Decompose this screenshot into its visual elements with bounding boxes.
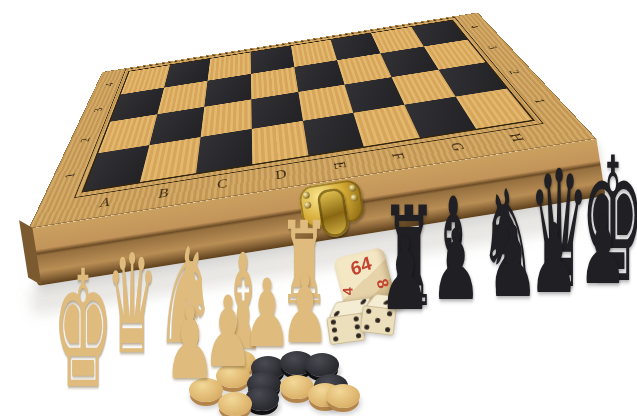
rank-label-2: 2 [506,69,523,75]
file-label-d: D [275,167,287,182]
rank-label-2: 2 [78,137,93,143]
file-label-g: G [446,141,468,152]
file-label-b: B [157,185,170,200]
clasp-screw [349,184,357,192]
doubling-cube-4: 4 [340,287,356,295]
black-pawn: ♟ [529,211,579,307]
file-label-a: A [97,194,113,210]
white-pawn: ♟ [281,263,330,357]
checker-light [326,384,360,408]
die-1-top2-front6 [324,299,365,346]
product-photo-chess-box: 4321 4321 ABCDEFGH ♚♛♞♝♜♟♟♟♟♜♝♞♛♚♟♟♟♟♟ 6… [0,0,637,416]
white-queen: ♛ [106,236,158,373]
file-label-c: C [217,176,228,191]
rank-label-4: 4 [103,82,116,87]
black-pawn: ♟ [431,216,482,314]
clasp-screw [350,194,358,202]
black-pawn: ♟ [579,204,628,298]
rank-label-4: 4 [468,25,482,29]
black-pawn: ♟ [379,225,431,325]
rank-label-3: 3 [92,107,106,113]
file-label-f: F [388,151,408,160]
rank-label-3: 3 [485,45,500,50]
checker-light [218,392,252,416]
white-king: ♚ [53,249,114,411]
rank-label-1: 1 [62,172,79,179]
doubling-cube-64: 64 [348,252,373,281]
rank-label-1: 1 [531,98,550,105]
file-label-e: E [330,160,349,170]
file-label-h: H [504,132,527,142]
